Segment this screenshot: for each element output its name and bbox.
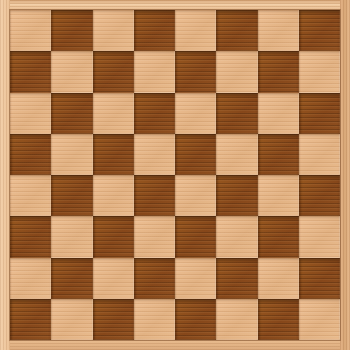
square-b8[interactable] [51, 10, 92, 51]
square-g6[interactable] [258, 93, 299, 134]
square-g3[interactable] [258, 216, 299, 257]
square-f5[interactable] [216, 134, 257, 175]
square-a5[interactable] [10, 134, 51, 175]
chessboard [0, 0, 350, 350]
square-d2[interactable] [134, 258, 175, 299]
square-e2[interactable] [175, 258, 216, 299]
square-f2[interactable] [216, 258, 257, 299]
square-b4[interactable] [51, 175, 92, 216]
square-b5[interactable] [51, 134, 92, 175]
square-a3[interactable] [10, 216, 51, 257]
square-c8[interactable] [93, 10, 134, 51]
square-h6[interactable] [299, 93, 340, 134]
board-frame-right [340, 0, 350, 350]
square-h1[interactable] [299, 299, 340, 340]
square-g2[interactable] [258, 258, 299, 299]
square-h4[interactable] [299, 175, 340, 216]
square-h5[interactable] [299, 134, 340, 175]
square-f4[interactable] [216, 175, 257, 216]
square-h8[interactable] [299, 10, 340, 51]
square-e1[interactable] [175, 299, 216, 340]
square-e4[interactable] [175, 175, 216, 216]
square-f1[interactable] [216, 299, 257, 340]
square-g8[interactable] [258, 10, 299, 51]
square-b3[interactable] [51, 216, 92, 257]
square-f7[interactable] [216, 51, 257, 92]
square-d6[interactable] [134, 93, 175, 134]
square-c3[interactable] [93, 216, 134, 257]
square-e6[interactable] [175, 93, 216, 134]
board-frame-top [0, 0, 350, 10]
square-a6[interactable] [10, 93, 51, 134]
square-b1[interactable] [51, 299, 92, 340]
square-f8[interactable] [216, 10, 257, 51]
square-e7[interactable] [175, 51, 216, 92]
square-a1[interactable] [10, 299, 51, 340]
square-d3[interactable] [134, 216, 175, 257]
square-h3[interactable] [299, 216, 340, 257]
square-g7[interactable] [258, 51, 299, 92]
square-c5[interactable] [93, 134, 134, 175]
board-frame-bottom [0, 340, 350, 350]
square-c4[interactable] [93, 175, 134, 216]
square-c1[interactable] [93, 299, 134, 340]
square-a7[interactable] [10, 51, 51, 92]
square-e5[interactable] [175, 134, 216, 175]
board-frame-left [0, 0, 10, 350]
square-h7[interactable] [299, 51, 340, 92]
square-g4[interactable] [258, 175, 299, 216]
square-c7[interactable] [93, 51, 134, 92]
square-d5[interactable] [134, 134, 175, 175]
square-a4[interactable] [10, 175, 51, 216]
square-d1[interactable] [134, 299, 175, 340]
square-c6[interactable] [93, 93, 134, 134]
square-f3[interactable] [216, 216, 257, 257]
square-c2[interactable] [93, 258, 134, 299]
square-a2[interactable] [10, 258, 51, 299]
square-g1[interactable] [258, 299, 299, 340]
square-e3[interactable] [175, 216, 216, 257]
square-h2[interactable] [299, 258, 340, 299]
square-b2[interactable] [51, 258, 92, 299]
square-d7[interactable] [134, 51, 175, 92]
square-d8[interactable] [134, 10, 175, 51]
square-b7[interactable] [51, 51, 92, 92]
square-a8[interactable] [10, 10, 51, 51]
board-grid [10, 10, 340, 340]
square-b6[interactable] [51, 93, 92, 134]
square-f6[interactable] [216, 93, 257, 134]
square-g5[interactable] [258, 134, 299, 175]
square-e8[interactable] [175, 10, 216, 51]
square-d4[interactable] [134, 175, 175, 216]
